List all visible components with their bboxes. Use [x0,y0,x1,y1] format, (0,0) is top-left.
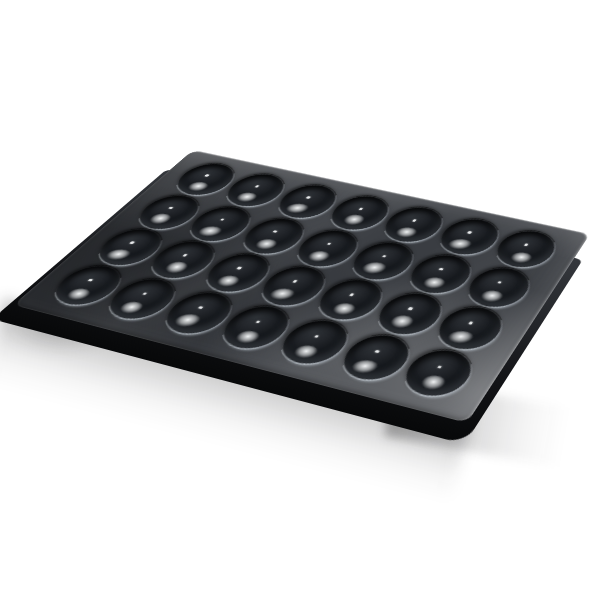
specular-highlight [253,238,279,250]
specular-highlight [147,213,174,225]
specular-highlight [350,360,380,374]
product-photo [0,0,600,600]
specular-highlight [283,203,310,213]
mould-cavity [460,263,538,311]
specular-highlight [447,239,473,250]
reflection-dot [220,218,225,221]
mould-cavity [429,302,511,354]
specular-highlight [161,261,189,274]
specular-highlight [214,275,242,288]
specular-highlight [268,288,297,300]
reflection-dot [375,350,380,353]
specular-highlight [185,181,210,192]
specular-highlight [64,288,93,301]
reflection-dot [292,280,297,283]
reflection-dot [198,306,203,309]
specular-highlight [291,344,320,359]
mould-cavity [431,215,506,259]
reflection-dot [88,279,93,282]
specular-highlight [393,227,418,239]
reflection-dot [142,292,147,295]
specular-highlight [234,192,259,203]
specular-highlight [360,262,388,275]
reflection-dot [255,320,260,323]
specular-highlight [103,249,133,260]
specular-highlight [446,331,475,344]
reflection-dot [314,335,319,338]
reflection-dot [349,293,354,296]
reflection-dot [497,281,502,284]
reflection-dot [272,230,277,233]
reflection-dot [168,207,173,210]
mould-cavity [401,251,480,298]
specular-highlight [418,374,447,391]
specular-highlight [421,276,447,289]
reflection-dot [524,243,529,246]
specular-highlight [508,252,533,264]
specular-highlight [306,250,332,262]
reflection-dot [437,365,442,369]
reflection-dot [182,254,187,257]
reflection-dot [412,219,417,222]
reflection-dot [467,231,472,234]
specular-highlight [330,302,358,316]
reflection-dot [382,255,387,258]
specular-highlight [341,214,367,226]
reflection-dot [236,267,241,270]
reflection-dot [439,268,444,271]
specular-highlight [172,313,203,327]
mould-cavity [488,227,563,272]
reflection-dot [129,241,134,244]
reflection-dot [306,196,311,199]
reflection-dot [326,242,331,245]
specular-highlight [388,315,416,330]
specular-highlight [117,301,146,315]
specular-highlight [478,289,504,302]
reflection-dot [408,307,413,310]
reflection-dot [358,208,363,211]
reflection-dot [255,185,260,187]
reflection-dot [204,174,209,176]
specular-highlight [195,226,223,237]
reflection-dot [468,321,473,324]
specular-highlight [233,330,262,345]
